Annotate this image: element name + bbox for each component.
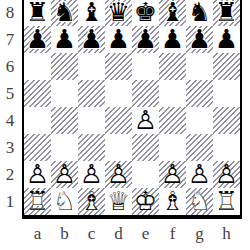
- square-b8[interactable]: ♞: [51, 0, 78, 26]
- piece-fill-white-pawn: ♟: [186, 161, 213, 188]
- square-g8[interactable]: ♞: [186, 0, 213, 26]
- piece-fill-white-king: ♚: [132, 188, 159, 215]
- piece-white-pawn[interactable]: ♙: [132, 107, 159, 134]
- square-c5[interactable]: [78, 80, 105, 107]
- piece-white-pawn[interactable]: ♙: [186, 161, 213, 188]
- square-g1[interactable]: ♞♘: [186, 188, 213, 215]
- rank-labels: 87654321: [0, 0, 20, 215]
- piece-white-pawn[interactable]: ♙: [78, 161, 105, 188]
- piece-white-pawn[interactable]: ♙: [159, 161, 186, 188]
- square-f8[interactable]: ♝: [159, 0, 186, 26]
- piece-black-pawn[interactable]: ♟: [159, 26, 186, 53]
- piece-black-pawn[interactable]: ♟: [24, 26, 51, 53]
- piece-white-bishop[interactable]: ♗: [78, 188, 105, 215]
- piece-fill-white-pawn: ♟: [213, 161, 240, 188]
- piece-white-pawn[interactable]: ♙: [51, 161, 78, 188]
- square-a5[interactable]: [24, 80, 51, 107]
- square-e2[interactable]: [132, 161, 159, 188]
- piece-fill-white-queen: ♛: [105, 188, 132, 215]
- piece-fill-white-pawn: ♟: [105, 161, 132, 188]
- rank-label-7: 7: [0, 26, 20, 53]
- piece-black-bishop[interactable]: ♝: [78, 0, 105, 26]
- file-label-d: d: [105, 222, 132, 246]
- piece-fill-white-pawn: ♟: [132, 107, 159, 134]
- file-label-h: h: [213, 222, 240, 246]
- rank-label-6: 6: [0, 53, 20, 80]
- square-b4[interactable]: [51, 107, 78, 134]
- square-h2[interactable]: ♟♙: [213, 161, 240, 188]
- piece-fill-white-pawn: ♟: [159, 161, 186, 188]
- square-d4[interactable]: [105, 107, 132, 134]
- square-g2[interactable]: ♟♙: [186, 161, 213, 188]
- square-d3[interactable]: [105, 134, 132, 161]
- file-label-f: f: [159, 222, 186, 246]
- square-f6[interactable]: [159, 53, 186, 80]
- square-a3[interactable]: [24, 134, 51, 161]
- square-h8[interactable]: ♜: [213, 0, 240, 26]
- file-labels: abcdefgh: [24, 222, 240, 246]
- square-d8[interactable]: ♛: [105, 0, 132, 26]
- piece-black-pawn[interactable]: ♟: [186, 26, 213, 53]
- piece-fill-white-knight: ♞: [186, 188, 213, 215]
- rank-label-1: 1: [0, 188, 20, 215]
- piece-fill-white-rook: ♜: [24, 188, 51, 215]
- piece-black-pawn[interactable]: ♟: [51, 26, 78, 53]
- square-e8[interactable]: ♚: [132, 0, 159, 26]
- square-b7[interactable]: ♟: [51, 26, 78, 53]
- square-b1[interactable]: ♞♘: [51, 188, 78, 215]
- square-a6[interactable]: [24, 53, 51, 80]
- square-c2[interactable]: ♟♙: [78, 161, 105, 188]
- square-d6[interactable]: [105, 53, 132, 80]
- piece-white-knight[interactable]: ♘: [51, 188, 78, 215]
- piece-black-bishop[interactable]: ♝: [159, 0, 186, 26]
- piece-black-pawn[interactable]: ♟: [213, 26, 240, 53]
- square-h3[interactable]: [213, 134, 240, 161]
- piece-fill-white-pawn: ♟: [24, 161, 51, 188]
- square-g3[interactable]: [186, 134, 213, 161]
- file-label-a: a: [24, 222, 51, 246]
- square-a7[interactable]: ♟: [24, 26, 51, 53]
- piece-white-bishop[interactable]: ♗: [159, 188, 186, 215]
- piece-fill-white-bishop: ♝: [78, 188, 105, 215]
- piece-fill-white-knight: ♞: [51, 188, 78, 215]
- rank-label-8: 8: [0, 0, 20, 26]
- chess-diagram: 87654321 ♜♞♝♛♚♝♞♜♟♟♟♟♟♟♟♟♟♙♟♙♟♙♟♙♟♙♟♙♟♙♟…: [0, 0, 250, 250]
- square-c6[interactable]: [78, 53, 105, 80]
- square-e1[interactable]: ♚♔: [132, 188, 159, 215]
- piece-white-queen[interactable]: ♕: [105, 188, 132, 215]
- square-d2[interactable]: ♟♙: [105, 161, 132, 188]
- square-g6[interactable]: [186, 53, 213, 80]
- square-b3[interactable]: [51, 134, 78, 161]
- rank-label-4: 4: [0, 107, 20, 134]
- square-h5[interactable]: [213, 80, 240, 107]
- square-d5[interactable]: [105, 80, 132, 107]
- square-a8[interactable]: ♜: [24, 0, 51, 26]
- piece-black-pawn[interactable]: ♟: [105, 26, 132, 53]
- square-a4[interactable]: [24, 107, 51, 134]
- file-label-b: b: [51, 222, 78, 246]
- piece-black-rook[interactable]: ♜: [24, 0, 51, 26]
- square-g5[interactable]: [186, 80, 213, 107]
- square-h6[interactable]: [213, 53, 240, 80]
- chess-board: ♜♞♝♛♚♝♞♜♟♟♟♟♟♟♟♟♟♙♟♙♟♙♟♙♟♙♟♙♟♙♟♙♜♖♞♘♝♗♛♕…: [22, 0, 242, 219]
- piece-white-pawn[interactable]: ♙: [24, 161, 51, 188]
- piece-white-knight[interactable]: ♘: [186, 188, 213, 215]
- piece-black-knight[interactable]: ♞: [51, 0, 78, 26]
- square-f4[interactable]: [159, 107, 186, 134]
- square-h4[interactable]: [213, 107, 240, 134]
- square-b5[interactable]: [51, 80, 78, 107]
- piece-black-king[interactable]: ♚: [132, 0, 159, 26]
- piece-fill-white-rook: ♜: [213, 188, 240, 215]
- piece-black-queen[interactable]: ♛: [105, 0, 132, 26]
- square-b6[interactable]: [51, 53, 78, 80]
- square-e7[interactable]: ♟: [132, 26, 159, 53]
- file-label-g: g: [186, 222, 213, 246]
- square-e3[interactable]: [132, 134, 159, 161]
- rank-label-2: 2: [0, 161, 20, 188]
- piece-fill-white-bishop: ♝: [159, 188, 186, 215]
- piece-white-rook[interactable]: ♖: [213, 188, 240, 215]
- piece-fill-white-pawn: ♟: [51, 161, 78, 188]
- square-e5[interactable]: [132, 80, 159, 107]
- piece-white-pawn[interactable]: ♙: [213, 161, 240, 188]
- rank-label-5: 5: [0, 80, 20, 107]
- square-a2[interactable]: ♟♙: [24, 161, 51, 188]
- square-e4[interactable]: ♟♙: [132, 107, 159, 134]
- square-c3[interactable]: [78, 134, 105, 161]
- square-d1[interactable]: ♛♕: [105, 188, 132, 215]
- square-f5[interactable]: [159, 80, 186, 107]
- square-b2[interactable]: ♟♙: [51, 161, 78, 188]
- piece-black-pawn[interactable]: ♟: [132, 26, 159, 53]
- piece-black-knight[interactable]: ♞: [186, 0, 213, 26]
- piece-white-rook[interactable]: ♖: [24, 188, 51, 215]
- piece-white-pawn[interactable]: ♙: [105, 161, 132, 188]
- piece-black-rook[interactable]: ♜: [213, 0, 240, 26]
- square-c4[interactable]: [78, 107, 105, 134]
- square-f7[interactable]: ♟: [159, 26, 186, 53]
- square-c8[interactable]: ♝: [78, 0, 105, 26]
- square-h1[interactable]: ♜♖: [213, 188, 240, 215]
- rank-label-3: 3: [0, 134, 20, 161]
- piece-white-king[interactable]: ♔: [132, 188, 159, 215]
- square-c1[interactable]: ♝♗: [78, 188, 105, 215]
- square-a1[interactable]: ♜♖: [24, 188, 51, 215]
- square-e6[interactable]: [132, 53, 159, 80]
- piece-black-pawn[interactable]: ♟: [78, 26, 105, 53]
- square-c7[interactable]: ♟: [78, 26, 105, 53]
- square-f3[interactable]: [159, 134, 186, 161]
- square-f1[interactable]: ♝♗: [159, 188, 186, 215]
- square-f2[interactable]: ♟♙: [159, 161, 186, 188]
- square-g4[interactable]: [186, 107, 213, 134]
- file-label-c: c: [78, 222, 105, 246]
- square-d7[interactable]: ♟: [105, 26, 132, 53]
- square-g7[interactable]: ♟: [186, 26, 213, 53]
- piece-fill-white-pawn: ♟: [78, 161, 105, 188]
- square-h7[interactable]: ♟: [213, 26, 240, 53]
- file-label-e: e: [132, 222, 159, 246]
